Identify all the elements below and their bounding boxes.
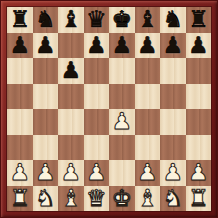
square-f1[interactable]: ♝	[135, 186, 161, 212]
square-a3[interactable]	[7, 135, 33, 161]
white-pawn-icon: ♟	[35, 160, 56, 185]
square-g1[interactable]: ♞	[160, 186, 186, 212]
square-c5[interactable]	[58, 84, 84, 110]
square-h5[interactable]	[186, 84, 212, 110]
square-d2[interactable]: ♟	[84, 160, 110, 186]
black-pawn-icon: ♟	[35, 33, 56, 58]
square-e3[interactable]	[109, 135, 135, 161]
chess-board: ♜♞♝♛♚♝♞♜♟♟♟♟♟♟♟♟♟♟♟♟♟♟♟♟♜♞♝♛♚♝♞♜	[7, 7, 211, 211]
square-c2[interactable]: ♟	[58, 160, 84, 186]
square-g8[interactable]: ♞	[160, 7, 186, 33]
square-h4[interactable]	[186, 109, 212, 135]
square-a6[interactable]	[7, 58, 33, 84]
square-b4[interactable]	[33, 109, 59, 135]
square-d4[interactable]	[84, 109, 110, 135]
black-pawn-icon: ♟	[86, 33, 107, 58]
square-d1[interactable]: ♛	[84, 186, 110, 212]
square-a4[interactable]	[7, 109, 33, 135]
white-rook-icon: ♜	[9, 186, 30, 211]
black-king-icon: ♚	[111, 7, 132, 32]
square-b5[interactable]	[33, 84, 59, 110]
black-rook-icon: ♜	[188, 7, 209, 32]
square-h6[interactable]	[186, 58, 212, 84]
square-f2[interactable]: ♟	[135, 160, 161, 186]
black-queen-icon: ♛	[86, 7, 107, 32]
square-c3[interactable]	[58, 135, 84, 161]
square-g5[interactable]	[160, 84, 186, 110]
square-e7[interactable]: ♟	[109, 33, 135, 59]
square-b3[interactable]	[33, 135, 59, 161]
square-d7[interactable]: ♟	[84, 33, 110, 59]
square-a1[interactable]: ♜	[7, 186, 33, 212]
square-e1[interactable]: ♚	[109, 186, 135, 212]
square-b7[interactable]: ♟	[33, 33, 59, 59]
black-knight-icon: ♞	[35, 7, 56, 32]
white-pawn-icon: ♟	[162, 160, 183, 185]
square-b1[interactable]: ♞	[33, 186, 59, 212]
white-queen-icon: ♛	[86, 186, 107, 211]
white-pawn-icon: ♟	[9, 160, 30, 185]
square-a8[interactable]: ♜	[7, 7, 33, 33]
black-pawn-icon: ♟	[188, 33, 209, 58]
square-f6[interactable]	[135, 58, 161, 84]
black-pawn-icon: ♟	[60, 58, 81, 83]
square-h2[interactable]: ♟	[186, 160, 212, 186]
white-bishop-icon: ♝	[137, 186, 158, 211]
white-pawn-icon: ♟	[137, 160, 158, 185]
square-h7[interactable]: ♟	[186, 33, 212, 59]
square-b8[interactable]: ♞	[33, 7, 59, 33]
black-pawn-icon: ♟	[9, 33, 30, 58]
white-pawn-icon: ♟	[86, 160, 107, 185]
white-knight-icon: ♞	[162, 186, 183, 211]
white-pawn-icon: ♟	[188, 160, 209, 185]
square-c6[interactable]: ♟	[58, 58, 84, 84]
square-g6[interactable]	[160, 58, 186, 84]
black-rook-icon: ♜	[9, 7, 30, 32]
square-f4[interactable]	[135, 109, 161, 135]
board-frame: ♜♞♝♛♚♝♞♜♟♟♟♟♟♟♟♟♟♟♟♟♟♟♟♟♜♞♝♛♚♝♞♜	[0, 0, 218, 218]
square-c8[interactable]: ♝	[58, 7, 84, 33]
square-g3[interactable]	[160, 135, 186, 161]
square-g7[interactable]: ♟	[160, 33, 186, 59]
square-d6[interactable]	[84, 58, 110, 84]
square-f5[interactable]	[135, 84, 161, 110]
white-knight-icon: ♞	[35, 186, 56, 211]
square-d5[interactable]	[84, 84, 110, 110]
square-f7[interactable]: ♟	[135, 33, 161, 59]
square-a2[interactable]: ♟	[7, 160, 33, 186]
square-b2[interactable]: ♟	[33, 160, 59, 186]
square-e5[interactable]	[109, 84, 135, 110]
square-e2[interactable]	[109, 160, 135, 186]
square-h8[interactable]: ♜	[186, 7, 212, 33]
white-bishop-icon: ♝	[60, 186, 81, 211]
square-d3[interactable]	[84, 135, 110, 161]
square-h3[interactable]	[186, 135, 212, 161]
square-h1[interactable]: ♜	[186, 186, 212, 212]
square-f3[interactable]	[135, 135, 161, 161]
square-f8[interactable]: ♝	[135, 7, 161, 33]
square-c1[interactable]: ♝	[58, 186, 84, 212]
square-g2[interactable]: ♟	[160, 160, 186, 186]
square-e4[interactable]: ♟	[109, 109, 135, 135]
black-pawn-icon: ♟	[137, 33, 158, 58]
square-a7[interactable]: ♟	[7, 33, 33, 59]
white-rook-icon: ♜	[188, 186, 209, 211]
white-king-icon: ♚	[111, 186, 132, 211]
square-d8[interactable]: ♛	[84, 7, 110, 33]
black-knight-icon: ♞	[162, 7, 183, 32]
black-bishop-icon: ♝	[60, 7, 81, 32]
square-c7[interactable]	[58, 33, 84, 59]
black-pawn-icon: ♟	[111, 33, 132, 58]
black-pawn-icon: ♟	[162, 33, 183, 58]
square-e6[interactable]	[109, 58, 135, 84]
white-pawn-icon: ♟	[111, 109, 132, 134]
black-bishop-icon: ♝	[137, 7, 158, 32]
square-b6[interactable]	[33, 58, 59, 84]
square-e8[interactable]: ♚	[109, 7, 135, 33]
white-pawn-icon: ♟	[60, 160, 81, 185]
square-a5[interactable]	[7, 84, 33, 110]
square-g4[interactable]	[160, 109, 186, 135]
square-c4[interactable]	[58, 109, 84, 135]
